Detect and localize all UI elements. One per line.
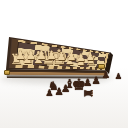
dark-pawn-piece: ♟ — [62, 84, 71, 94]
box-front-band — [6, 72, 106, 76]
chess-board-lid — [6, 37, 110, 71]
chess-set-product-photo: ♜♞♝♛♚♝♞♜♟♟♟♟♟♟♟♟ ♞♟♟♟♝♚♜♟♟♟♟ — [0, 0, 128, 128]
dark-pawn-piece: ♟ — [55, 87, 64, 97]
brass-clasp-right — [98, 64, 105, 69]
dark-rook-piece: ♜ — [82, 89, 93, 99]
dark-pawn-piece: ♟ — [46, 89, 54, 98]
brass-clasp-left — [4, 70, 10, 75]
dark-pawn-piece: ♟ — [115, 73, 122, 81]
board-square — [47, 61, 60, 66]
box-front-face — [6, 69, 107, 79]
board-square — [33, 60, 48, 66]
board-square — [17, 59, 34, 65]
